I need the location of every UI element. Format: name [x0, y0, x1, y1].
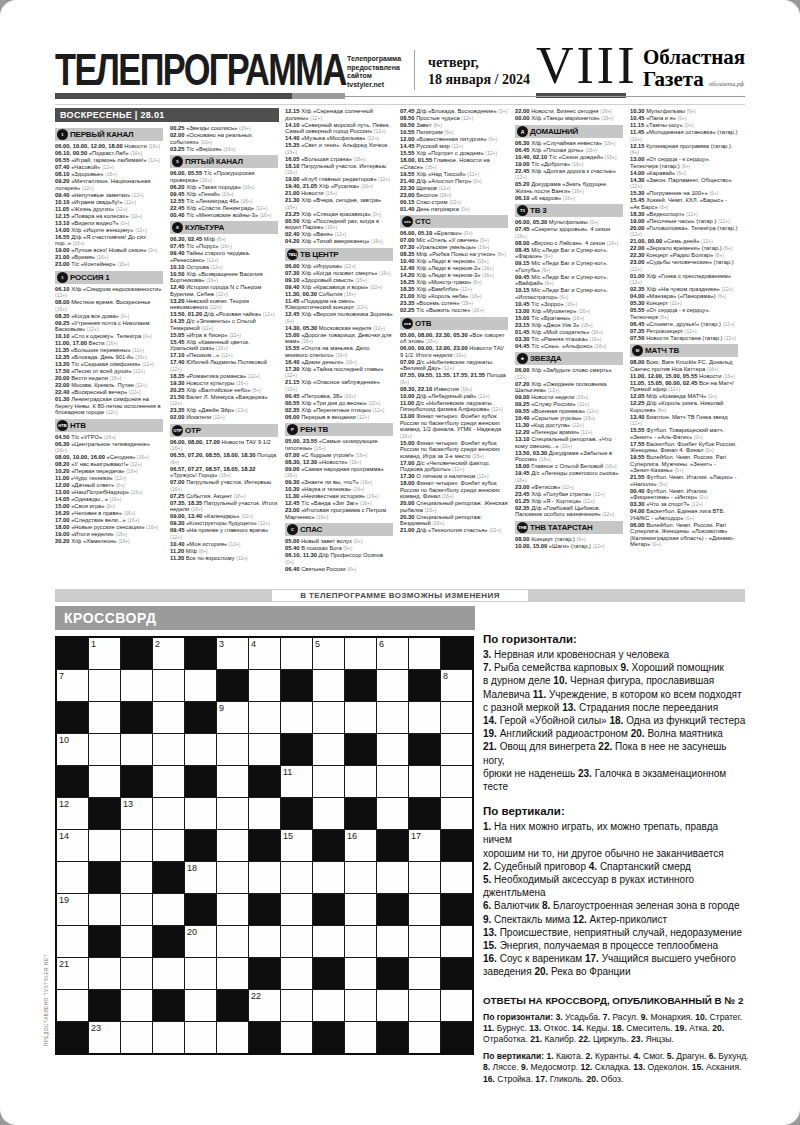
program-item: 21.30 Х/ф «Вчера, сегодня, завтра» (16+): [285, 197, 393, 210]
program-item: 23.00 Бесогон (18+): [400, 192, 508, 199]
program-item: 09.25 «Служу России» (12+): [515, 401, 623, 408]
program-item: 13.10 Специальный репортаж. «Что кому см…: [515, 436, 623, 449]
program-item: 12.45 Х/ф «Версия полковника Зорина» (0+…: [285, 311, 393, 324]
program-item: 11.00, 12.00, 15.00, 05.55 Новости (16+): [630, 373, 738, 380]
crossword-cell: [121, 958, 152, 989]
channel-name: ТНВ ТАТАРСТАН: [530, 523, 593, 532]
crossword-black-cell: [441, 830, 472, 861]
channel-badge: стсСТС: [400, 215, 508, 228]
crossword-cell: [281, 926, 312, 957]
program-item: 07.50 Новости Татарстана (татар.) (12+): [630, 335, 738, 342]
program-item: 22.30 Концерт «Радио Болгар» (6+): [630, 252, 738, 259]
crossword-black-cell: [153, 862, 184, 893]
channel-logo-icon: 1: [57, 129, 68, 140]
program-item: 06.10, 11.30 Д/ф Профессор Осипов (0+): [285, 552, 393, 565]
program-item: 10.50 Х/ф «Возвращение Василия Бортников…: [170, 271, 278, 284]
program-item: 10.10 «Играем свадьбу!» (12+): [55, 199, 163, 206]
program-item: 06.30 «Центральное телевидение» (16+): [55, 441, 163, 454]
program-item: 05.00, 08.00, 22.30, 05.30 «Все говорят …: [400, 332, 508, 345]
channel-badge: ККУЛЬТУРА: [170, 221, 278, 234]
clue-number: 22: [251, 991, 261, 1001]
program-item: 07.00 Патрульный участок. Интервью (16+): [170, 479, 278, 492]
crossword-section-title: КРОССВОРД: [55, 606, 475, 630]
crossword-cell: [153, 958, 184, 989]
program-item: 08.00, 10.00, 16.00 «Сегодня» (16+): [55, 454, 163, 461]
program-item: 14.35 Д/с «Элементы» с Ольгой Темериной …: [170, 318, 278, 331]
header-separator-rule: [55, 104, 745, 105]
clue-number: 1: [91, 639, 96, 649]
crossword-black-cell: [345, 798, 376, 829]
program-item: 02.00 «Основано на реальных событиях» (1…: [170, 132, 278, 145]
crossword-cell: [185, 990, 216, 1021]
channel-logo-icon: 1: [57, 272, 68, 283]
program-item: 11.30 Все по-взрослому (12+): [170, 555, 278, 562]
program-item: 15.35 «Свет и тени». Альфред Хичкок (16+…: [285, 142, 393, 155]
program-item: 14.20 Х/ф «Люди в черном-3» (16+): [400, 272, 508, 279]
crossword-cell: [249, 926, 280, 957]
program-item: 06.10, 00.50 «Подкаст.Лаб» (16+): [55, 150, 163, 157]
crossword-cell: [281, 862, 312, 893]
channel-logo-icon: Т3: [517, 205, 528, 216]
crossword-cell: [89, 894, 120, 925]
program-item: 21.15 Х/ф «Опасное заблуждение» (12+): [285, 379, 393, 392]
issue-date: четверг, 18 января / 2024: [428, 54, 530, 88]
clue-number: 14: [59, 831, 69, 841]
crossword-cell: 3: [217, 638, 248, 669]
clue-number: 23: [91, 1023, 101, 1033]
crossword-cell: [121, 670, 152, 701]
crossword-cell: [185, 734, 216, 765]
crossword-cell: [217, 734, 248, 765]
channel-name: ДОМАШНИЙ: [530, 127, 578, 136]
program-item: 16.40 «Дикие деньги» (16+): [285, 359, 393, 366]
program-item: 10.15 М/с «Леди Баг и Супер-кот». «Иллюс…: [515, 287, 623, 300]
crossword-black-cell: [281, 670, 312, 701]
crossword-cell: 21: [57, 958, 88, 989]
crossword-black-cell: [217, 990, 248, 1021]
channel-logo-icon: 5: [172, 156, 183, 167]
clue-number: 8: [443, 671, 448, 681]
newspaper-page: ТЕЛЕПРОГРАММА Телепрограмма предоставлен…: [0, 0, 800, 1125]
schedule-notice-text: В ТЕЛЕПРОГРАММЕ ВОЗМОЖНЫ ИЗМЕНЕНИЯ: [272, 590, 528, 601]
crossword-cell: 22: [249, 990, 280, 1021]
program-item: 08.00 Концерт (татар.) (6+): [515, 536, 623, 543]
program-item: 08.10 «Здоровье» (16+): [55, 171, 163, 178]
crossword-cell: [377, 862, 408, 893]
program-item: 06.45 Х/ф «Плохая дочь» (16+): [515, 147, 623, 154]
tv-column: 10.30 Мультфильмы (6+)10.45 «Папа и я» (…: [630, 108, 738, 587]
crossword-cell: [377, 926, 408, 957]
crossword-cell: 5: [313, 638, 344, 669]
program-item: 02.00 Искатели (12+): [170, 414, 278, 421]
program-item: 11.30 «Код доступа» (12+): [515, 422, 623, 429]
crossword-cell: [281, 638, 312, 669]
program-item: 13.50, 01.20 Д/ф «Розовая чайка» (12+): [170, 311, 278, 318]
crossword-cell: [345, 926, 376, 957]
channel-name: КУЛЬТУРА: [185, 223, 224, 232]
program-item: 11.05, 15.05, 00.00, 02.45 Все на Матч! …: [630, 380, 738, 393]
clue-number: 15: [283, 831, 293, 841]
brand-logo: Областная Газета облгазета.рф: [643, 46, 755, 95]
program-item: 05.40 В поисках Бога (6+): [285, 545, 393, 552]
crossword-cell: [153, 894, 184, 925]
crossword-cell: 11: [281, 766, 312, 797]
crossword-cell: [441, 798, 472, 829]
crossword-black-cell: [441, 894, 472, 925]
clue-number: 16: [347, 831, 357, 841]
crossword-cell: [345, 702, 376, 733]
crossword-black-cell: [345, 734, 376, 765]
program-item: 19.00 «Итоги недели» (16+): [55, 531, 163, 538]
program-item: 20.30 Специальный репортаж. Бездомный (1…: [400, 514, 508, 527]
crossword-cell: [217, 798, 248, 829]
program-item: 22.00 Новости. Бизнес сегодня (16+): [515, 108, 623, 115]
crossword-cell: [185, 798, 216, 829]
clue-line: хорошим ни то, ни другое обычно не закан…: [483, 847, 749, 860]
program-item: 09.40 «Непутевые заметки» (12+): [55, 192, 163, 199]
program-item: 03.30 «Что за спорт?» (12+): [630, 501, 738, 508]
clue-line: брюки не наденешь 23. Галочка в экзамена…: [483, 767, 749, 793]
crossword-cell: 2: [153, 638, 184, 669]
program-item: 08.20 «У нас выигрывают!» (12+): [55, 461, 163, 468]
crossword-cell: [249, 702, 280, 733]
program-item: 14.40 «Музыка «Мосфильма» (12+): [285, 135, 393, 142]
channel-name: ТВ 3: [530, 206, 547, 215]
channel-logo-icon: ТНВ: [517, 522, 528, 533]
crossword-cell: [217, 926, 248, 957]
crossword-cell: [249, 734, 280, 765]
program-item: 10.20 «Первая передача» (16+): [55, 468, 163, 475]
channel-logo-icon: отв: [402, 318, 413, 329]
program-item: 15.55 Футбол. Товарищеский матч. «Зенит»…: [630, 427, 738, 440]
crossword-black-cell: [249, 894, 280, 925]
program-item: 15.00 «Дорогие товарищи. Девочки для мам…: [285, 332, 393, 345]
program-item: 12.25 Д/ф «Король ринга. Николай Королев…: [630, 400, 738, 413]
program-item: 09.55 «Военная приемка» (12+): [515, 408, 623, 415]
clue-line: 9. Спектакль мима 12. Актер-приколист: [483, 913, 749, 926]
crossword-black-cell: [57, 766, 88, 797]
program-item: 10.40 «Скрытые угрозы» (16+): [515, 415, 623, 422]
program-item: 07.30 Х/ф «Когда позовет смерть» (16+): [285, 270, 393, 277]
tv-listings: 1ПЕРВЫЙ КАНАЛ06.00, 10.00, 12.00, 18.00 …: [55, 108, 745, 587]
program-item: 18.35 Х/ф «Бамблби» (12+): [400, 286, 508, 293]
program-item: 07.35, 18.35 Патрульный участок. Итоги н…: [170, 500, 278, 513]
program-item: 12.00 «Божественная литургия» (0+): [400, 136, 508, 143]
program-item: 06.30, 02.45 М/ф (6+): [170, 236, 278, 243]
crossword-cell: [441, 734, 472, 765]
crossword-black-cell: [185, 830, 216, 861]
clue-line: 7. Рыба семейства карповых 9. Хороший по…: [483, 661, 749, 674]
program-item: 05.00 Новый завет вслух (0+): [285, 538, 393, 545]
program-item: 08.35 М/ф «Рыбка Поньо на утесе» (6+): [400, 251, 508, 258]
channel-name: СПАС: [300, 525, 322, 534]
crossword-cell: [121, 1022, 152, 1053]
program-item: 11.30 «Неизвестная история» (16+): [285, 493, 393, 500]
crossword-cell: [345, 862, 376, 893]
program-item: 12.00 «Дачный ответ» (0+): [55, 482, 163, 489]
program-item: 01.00 Х/ф «Гонка с преследованием» (12+): [630, 273, 738, 286]
program-item: 12.15 «Повара на колесах» (12+): [55, 213, 163, 220]
program-item: 23.25 Х/ф «Спящая красавица» (0+): [285, 211, 393, 218]
channel-logo-icon: ТВЦ: [287, 249, 298, 260]
crossword-cell: [153, 702, 184, 733]
channel-name: РЕН ТВ: [300, 425, 328, 434]
clue-number: 12: [59, 799, 69, 809]
crossword-cell: [121, 990, 152, 1021]
program-item: 07.45 Д/ф «Блокада. Восхождение» (0+): [400, 108, 508, 115]
program-item: 21.50 Балет Л. Минкуса «Баядерка» (12+): [170, 394, 278, 407]
program-item: 11.35 «Большие перемены» (12+): [55, 347, 163, 354]
crossword-cell: [409, 766, 440, 797]
channel-logo-icon: С: [287, 524, 298, 535]
program-item: 22.40 «Воскресный вечер» (12+): [55, 389, 163, 396]
channel-badge: ТВЦТВ ЦЕНТР: [285, 248, 393, 261]
clue-number: 6: [379, 639, 384, 649]
program-item: 19.00 Т/с «Доброта» (16+): [515, 161, 623, 168]
program-item: 06.20 Х/ф «Такая порода» (16+): [170, 184, 278, 191]
program-item: 15.55 «Охота на маньяка. Дело мнимого сл…: [285, 345, 393, 358]
horizontal-clues-title: По горизонтали:: [483, 633, 749, 645]
crossword-cell: [409, 926, 440, 957]
channel-badge: ОТРОТР: [170, 424, 278, 437]
tv-column: 00.25 «Звезды сошлись» (16+)02.00 «Основ…: [170, 108, 278, 587]
crossword-cell: 9: [217, 702, 248, 733]
program-item: 06.55 «Играй, гармонь любимая!» (12+): [55, 157, 163, 164]
program-item: 06.45 «Споемте, друзья!» (татар.) (12+): [630, 321, 738, 328]
channel-logo-icon: Д: [517, 126, 528, 137]
crossword-cell: [345, 638, 376, 669]
program-item: 10.45 Т/с «Зорро» (16+): [515, 301, 623, 308]
program-item: 09.15 М/с «Леди Баг и Супер-кот». «Голуб…: [515, 260, 623, 273]
header-divider: [414, 50, 415, 90]
program-item: 06.00, 05.30 Мультфильмы (0+): [515, 219, 623, 226]
crossword-cell: [57, 990, 88, 1021]
program-item: 14.10 «Северный морской путь. Певек. Сам…: [285, 122, 393, 135]
crossword-cell: [313, 734, 344, 765]
crossword-black-cell: [185, 638, 216, 669]
crossword-cell: 23: [89, 1022, 120, 1053]
program-item: 18.00, 01.55 Главное. Новости на «Спасе»…: [400, 157, 508, 170]
channel-badge: ★ЗВЕЗДА: [515, 352, 623, 365]
program-item: 11.15 «Тамчы-шоу» (0+): [630, 122, 738, 129]
crossword-cell: [313, 670, 344, 701]
channel-name: ОТВ: [415, 319, 431, 328]
crossword-cell: [217, 894, 248, 925]
clue-line: Малевича 11. Учреждение, в котором ко вс…: [483, 688, 749, 701]
crossword-cell: [153, 670, 184, 701]
masthead-underline-light: [292, 93, 345, 99]
program-item: 00.15 Спас-стрим (12+): [400, 199, 508, 206]
clue-number: 4: [251, 639, 256, 649]
answers-vertical: По вертикали: 1. Каюта. 2. Куранты. 4. С…: [483, 1051, 749, 1085]
channel-name: ТВ ЦЕНТР: [300, 250, 338, 259]
crossword-black-cell: [121, 638, 152, 669]
channel-badge: РРЕН ТВ: [285, 423, 393, 436]
program-item: 19.30 Новости культуры (16+): [170, 380, 278, 387]
crossword-black-cell: [441, 958, 472, 989]
clue-number: 3: [219, 639, 224, 649]
crossword-black-cell: [57, 1022, 88, 1053]
program-item: 09.20 «Мечталлион. Национальная лотерея»…: [55, 178, 163, 191]
crossword-black-cell: [89, 862, 120, 893]
program-item: 13.40 Биатлон. Матч ТВ Гонка звезд (12+): [630, 414, 738, 427]
clue-line: 19. Английский радиоастроном 20. Волна м…: [483, 727, 749, 740]
tv-column: 1ПЕРВЫЙ КАНАЛ06.00, 10.00, 12.00, 18.00 …: [55, 108, 163, 587]
crossword-cell: [441, 862, 472, 893]
crossword-cell: 1: [89, 638, 120, 669]
program-item: 19.00 «Клуб главных редакторов» (12+): [285, 176, 393, 183]
crossword-cell: [345, 766, 376, 797]
program-item: 23.00 Т/с «Контейнер» (16+): [55, 261, 163, 268]
program-item: 19.00 «Песочные часы» (татар.) (12+): [630, 218, 738, 225]
crossword-cell: 13: [121, 798, 152, 829]
crossword-cell: [121, 734, 152, 765]
crossword-black-cell: [377, 830, 408, 861]
crossword-cell: [409, 990, 440, 1021]
provider-note: Телепрограмма предоставлена сайтом tvsty…: [347, 55, 409, 89]
crossword-cell: [217, 830, 248, 861]
crossword-grid: 1234567891011121314151617181920212223: [55, 636, 474, 1055]
crossword-cell: [313, 798, 344, 829]
crossword-cell: [153, 734, 184, 765]
crossword-cell: [281, 894, 312, 925]
program-item: 15.00 Т/с «Братаны» (16+): [515, 315, 623, 322]
page-number-roman: VIII: [536, 36, 638, 95]
program-item: 12.45 Т/с «Банда «Зиг Заг» (16+): [285, 500, 393, 507]
crossword-cell: [281, 1022, 312, 1053]
program-item: 05.30 Концерт (12+): [630, 300, 738, 307]
program-item: 09.00 Новости недели (16+): [515, 394, 623, 401]
program-item: 11.00 Д/с «Нобелевские лауреаты. Гипербо…: [400, 400, 508, 413]
program-item: 17.00 «Следствие вели...» (16+): [55, 517, 163, 524]
program-item: 13.00 Х/ф «Мушкетер» (16+): [515, 308, 623, 315]
program-item: 10.30 Мультфильмы (6+): [630, 108, 738, 115]
program-item: 07.45 Т/с «Порус» (16+): [170, 243, 278, 250]
program-item: 06.00 Х/ф «Игрушка» (12+): [285, 263, 393, 270]
program-item: 11.00, 17.00 Вести (16+): [55, 340, 163, 347]
crossword-cell: [281, 958, 312, 989]
program-item: 06.57, 07.27, 08.57, 18.05, 18.32 «Тружу…: [170, 466, 278, 479]
program-item: 13.50, 03.30 Докудрама «Забытые в России…: [515, 450, 623, 463]
clue-number: 17: [411, 831, 421, 841]
program-item: 13.00 Финал четырех. Фонбет кубок России…: [400, 413, 508, 439]
program-item: 06.00 Х/ф «Забудьте слово смерть» (12+): [515, 367, 623, 380]
program-item: 06.00, 08.00, 17.00 Новости ТАУ 9 1/2 (1…: [170, 439, 278, 452]
program-item: 06.10 Х/ф «Синдром недосказанности» (12+…: [55, 286, 163, 299]
crossword-cell: [281, 990, 312, 1021]
crossword-cell: [217, 958, 248, 989]
channel-badge: НТВНТВ: [55, 419, 163, 432]
crossword-cell: [89, 958, 120, 989]
program-item: 11.20 М/ф (6+): [170, 548, 278, 555]
program-item: 00.45 «Петровка, 38» (16+): [285, 393, 393, 400]
clue-number: 11: [283, 767, 292, 777]
crossword-cell: 15: [281, 830, 312, 861]
program-item: 09.40 Тайны старого чердака. «Ренессанс»…: [170, 250, 278, 263]
crossword-cell: 7: [57, 670, 88, 701]
program-item: 00.40 Т/с «Ментовские войны-3» (16+): [170, 212, 278, 219]
program-item: 12.15 Кулинарная программа (татар.) (6+): [630, 143, 738, 156]
crossword-cell: [441, 766, 472, 797]
header-rule: [345, 96, 745, 97]
program-item: 06.40 Святыни России (6+): [285, 566, 393, 573]
crossword-cell: [409, 638, 440, 669]
program-item: 17.10 «Пешком...» (12+): [170, 352, 278, 359]
masthead-title: ТЕЛЕПРОГРАММА: [55, 44, 346, 95]
program-item: 15.30 «Погружение на 100+» (6+): [630, 190, 738, 197]
program-item: 08.30, 12.30 «Новости» (16+): [285, 459, 393, 466]
program-item: 16.55 Д/ф «Я счастливчик! До сих пор..» …: [55, 234, 163, 247]
program-item: 23.15 Х/ф «Джон Уик 3» (18+): [515, 322, 623, 329]
crossword-cell: 6: [377, 638, 408, 669]
program-item: 07.00 Д/с «Нобелевские лауреаты. «Велики…: [400, 359, 508, 372]
program-item: 11.05 «Жизнь других» (12+): [55, 206, 163, 213]
program-item: 06.00, 05.10 «Ералаш» (0+): [400, 230, 508, 237]
program-item: 06.00, 10.00, 12.00, 18.00 Новости (16+): [55, 143, 163, 150]
crossword-black-cell: [409, 734, 440, 765]
channel-badge: Т3ТВ 3: [515, 204, 623, 217]
program-item: 18.10 Патрульный участок. Интервью (16+): [285, 163, 393, 176]
channel-name: ОТР: [185, 426, 201, 435]
crossword-black-cell: [57, 702, 88, 733]
program-item: 08.50 Простые чудеса (12+): [400, 115, 508, 122]
program-item: 18.00 Финал четырех. Фонбет кубок России…: [400, 480, 508, 500]
crossword-cell: [89, 734, 120, 765]
crossword-cell: [409, 894, 440, 925]
program-item: 08.35 «Когда все дома» (0+): [55, 313, 163, 320]
program-item: 13.20 Т/с «Седьмая симфония» (12+): [55, 361, 163, 368]
program-item: 15.00 «Своя игра» (0+): [55, 503, 163, 510]
program-item: 01.30 Ленинградская симфония на берегу Н…: [55, 396, 163, 416]
crossword-cell: [89, 702, 120, 733]
clue-number: 13: [123, 799, 133, 809]
program-item: 03.30 Т/с «Ранняя пташка» (16+): [515, 336, 623, 343]
program-item: 04.45 Т/с «Сны». «Альфонс» (16+): [515, 343, 623, 350]
program-item: 13.20 Невский ковчег. Теория невозможног…: [170, 298, 278, 311]
program-item: 19.55 Волейбол. Чемп. России. Pari Супер…: [630, 454, 738, 474]
program-item: 01.25 Х/ф «Я - Хортица» (12+): [515, 498, 623, 505]
program-item: 18.35 «Романтика романса» (12+): [170, 373, 278, 380]
channel-name: РОССИЯ 1: [70, 273, 110, 282]
program-item: 09.45 Х/ф «Гений» (16+): [170, 191, 278, 198]
program-item: 03.25 Т/с «Версия» (16+): [170, 146, 278, 153]
crossword-cell: 17: [409, 830, 440, 861]
program-item: 12.55 Т/с «Ленинград 46» (16+): [170, 198, 278, 205]
horizontal-clues: 3. Нервная или кровеносная у человека7. …: [483, 648, 749, 793]
crossword-cell: [377, 734, 408, 765]
channel-name: СТС: [415, 217, 431, 226]
crossword-black-cell: [377, 894, 408, 925]
program-item: 10.00 Д/ф «Лебединый рай» (12+): [400, 393, 508, 400]
program-item: 08.45 М/с «Леди Баг и Супер-кот». «Фарао…: [515, 247, 623, 260]
program-item: 09.10 «Здоровый смысл» (16+): [285, 277, 393, 284]
program-item: 10.00, 15.00 «Шаги» (татар.) (12+): [515, 543, 623, 550]
program-item: 21.40 Д/ф «Апостол Петр» (0+): [400, 178, 508, 185]
program-item: 11.30, 00.30 События (16+): [285, 291, 393, 298]
program-item: 13.10 «Видели видео?» (0+): [55, 220, 163, 227]
program-item: 20.00 Специальный репортаж. Женская рыба…: [400, 500, 508, 513]
channel-badge: ТНВТНВ ТАТАРСТАН: [515, 521, 623, 534]
program-item: 04.20 Х/ф «Тихий американец» (16+): [285, 238, 393, 245]
program-item: 17.55 Баскетбол. Фонбет Кубок России. Же…: [630, 441, 738, 454]
crossword-cell: [153, 766, 184, 797]
program-item: 23.00 «Итоговая программа с Петром Марче…: [285, 507, 393, 520]
program-item: 09.45 «На приеме у главного врача» (12+): [170, 527, 278, 540]
crossword-cell: [409, 702, 440, 733]
crossword-cell: 19: [57, 894, 88, 925]
brand-site: облгазета.рф: [709, 81, 744, 87]
crossword-black-cell: [121, 766, 152, 797]
